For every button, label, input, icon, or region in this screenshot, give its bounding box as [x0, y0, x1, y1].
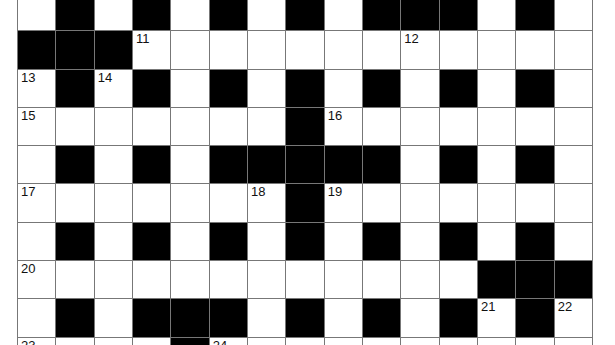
white-cell[interactable] [95, 261, 132, 298]
white-cell[interactable] [478, 70, 515, 107]
crossword-screenshot: 1112131415161718192021222324 [0, 0, 615, 345]
black-cell [133, 146, 170, 183]
black-cell [516, 299, 553, 336]
white-cell[interactable] [363, 261, 400, 298]
white-cell[interactable] [133, 184, 170, 221]
black-cell [325, 146, 362, 183]
white-cell[interactable] [133, 108, 170, 145]
clue-number: 13 [21, 71, 35, 85]
white-cell[interactable]: 11 [133, 31, 170, 68]
white-cell[interactable] [56, 261, 93, 298]
black-cell [440, 223, 477, 260]
white-cell[interactable] [95, 0, 132, 30]
white-cell[interactable] [325, 31, 362, 68]
white-cell[interactable] [18, 299, 55, 336]
white-cell[interactable] [325, 299, 362, 336]
black-cell [56, 146, 93, 183]
white-cell[interactable]: 13 [18, 70, 55, 107]
clue-number: 22 [558, 300, 572, 314]
white-cell[interactable] [18, 223, 55, 260]
white-cell[interactable] [516, 108, 553, 145]
white-cell[interactable] [478, 0, 515, 30]
black-cell [210, 299, 247, 336]
white-cell[interactable] [401, 108, 438, 145]
white-cell[interactable] [18, 0, 55, 30]
black-cell [18, 31, 55, 68]
white-cell[interactable]: 12 [401, 31, 438, 68]
black-cell [286, 223, 323, 260]
white-cell[interactable] [248, 338, 285, 345]
black-cell [56, 0, 93, 30]
clue-number: 23 [21, 339, 35, 345]
white-cell[interactable] [171, 261, 208, 298]
black-cell [56, 31, 93, 68]
white-cell[interactable]: 22 [555, 299, 592, 336]
white-cell[interactable] [171, 70, 208, 107]
white-cell[interactable] [286, 338, 323, 345]
white-cell[interactable] [248, 261, 285, 298]
black-cell [210, 146, 247, 183]
white-cell[interactable]: 17 [18, 184, 55, 221]
black-cell [516, 261, 553, 298]
white-cell[interactable]: 19 [325, 184, 362, 221]
black-cell [286, 184, 323, 221]
black-cell [95, 31, 132, 68]
white-cell[interactable] [440, 261, 477, 298]
black-cell [401, 0, 438, 30]
white-cell[interactable]: 16 [325, 108, 362, 145]
white-cell[interactable] [363, 184, 400, 221]
black-cell [516, 223, 553, 260]
black-cell [171, 338, 208, 345]
black-cell [56, 223, 93, 260]
white-cell[interactable]: 18 [248, 184, 285, 221]
white-cell[interactable] [363, 338, 400, 345]
white-cell[interactable] [171, 108, 208, 145]
white-cell[interactable]: 24 [210, 338, 247, 345]
white-cell[interactable] [363, 31, 400, 68]
white-cell[interactable] [478, 223, 515, 260]
clue-number: 12 [404, 32, 418, 46]
white-cell[interactable] [516, 31, 553, 68]
black-cell [210, 223, 247, 260]
white-cell[interactable] [95, 184, 132, 221]
white-cell[interactable] [56, 108, 93, 145]
clue-number: 24 [213, 339, 227, 345]
black-cell [210, 70, 247, 107]
white-cell[interactable] [325, 338, 362, 345]
black-cell [478, 261, 515, 298]
white-cell[interactable] [478, 31, 515, 68]
white-cell[interactable] [325, 70, 362, 107]
white-cell[interactable] [248, 0, 285, 30]
white-cell[interactable] [555, 184, 592, 221]
white-cell[interactable] [516, 338, 553, 345]
white-cell[interactable] [401, 261, 438, 298]
white-cell[interactable] [363, 108, 400, 145]
white-cell[interactable] [248, 299, 285, 336]
white-cell[interactable] [555, 146, 592, 183]
white-cell[interactable] [286, 31, 323, 68]
white-cell[interactable] [171, 146, 208, 183]
white-cell[interactable] [516, 184, 553, 221]
white-cell[interactable] [478, 146, 515, 183]
black-cell [286, 299, 323, 336]
black-cell [516, 70, 553, 107]
white-cell[interactable] [210, 261, 247, 298]
white-cell[interactable] [210, 31, 247, 68]
white-cell[interactable] [440, 31, 477, 68]
white-cell[interactable] [325, 0, 362, 30]
white-cell[interactable] [478, 338, 515, 345]
white-cell[interactable] [248, 70, 285, 107]
white-cell[interactable]: 21 [478, 299, 515, 336]
black-cell [440, 299, 477, 336]
white-cell[interactable] [56, 184, 93, 221]
black-cell [363, 223, 400, 260]
white-cell[interactable] [325, 223, 362, 260]
white-cell[interactable] [56, 338, 93, 345]
black-cell [363, 299, 400, 336]
white-cell[interactable] [555, 0, 592, 30]
white-cell[interactable] [133, 261, 170, 298]
black-cell [516, 146, 553, 183]
white-cell[interactable] [555, 70, 592, 107]
white-cell[interactable] [401, 70, 438, 107]
white-cell[interactable] [440, 108, 477, 145]
black-cell [133, 70, 170, 107]
black-cell [133, 0, 170, 30]
black-cell [171, 299, 208, 336]
black-cell [133, 223, 170, 260]
white-cell[interactable]: 23 [18, 338, 55, 345]
white-cell[interactable] [401, 338, 438, 345]
clue-number: 17 [21, 185, 35, 199]
black-cell [56, 70, 93, 107]
white-cell[interactable] [95, 223, 132, 260]
black-cell [363, 0, 400, 30]
white-cell[interactable] [440, 338, 477, 345]
white-cell[interactable]: 20 [18, 261, 55, 298]
white-cell[interactable]: 15 [18, 108, 55, 145]
white-cell[interactable] [401, 184, 438, 221]
white-cell[interactable] [401, 146, 438, 183]
black-cell [440, 146, 477, 183]
clue-number: 20 [21, 262, 35, 276]
white-cell[interactable] [325, 261, 362, 298]
black-cell [133, 299, 170, 336]
black-cell [440, 70, 477, 107]
white-cell[interactable] [248, 108, 285, 145]
white-cell[interactable] [171, 223, 208, 260]
white-cell[interactable] [171, 31, 208, 68]
white-cell[interactable]: 14 [95, 70, 132, 107]
black-cell [516, 0, 553, 30]
white-cell[interactable] [555, 223, 592, 260]
white-cell[interactable] [555, 108, 592, 145]
white-cell[interactable] [248, 31, 285, 68]
black-cell [286, 146, 323, 183]
white-cell[interactable] [248, 223, 285, 260]
clue-number: 11 [136, 32, 150, 46]
black-cell [363, 70, 400, 107]
white-cell[interactable] [286, 261, 323, 298]
crossword-grid: 1112131415161718192021222324 [17, 0, 593, 345]
black-cell [555, 261, 592, 298]
white-cell[interactable] [18, 146, 55, 183]
white-cell[interactable] [95, 108, 132, 145]
black-cell [286, 70, 323, 107]
white-cell[interactable] [478, 184, 515, 221]
white-cell[interactable] [133, 338, 170, 345]
black-cell [440, 0, 477, 30]
black-cell [210, 0, 247, 30]
black-cell [363, 146, 400, 183]
clue-number: 21 [481, 300, 495, 314]
black-cell [56, 299, 93, 336]
white-cell[interactable] [440, 184, 477, 221]
white-cell[interactable] [401, 299, 438, 336]
white-cell[interactable] [171, 184, 208, 221]
white-cell[interactable] [171, 0, 208, 30]
black-cell [286, 0, 323, 30]
white-cell[interactable] [95, 146, 132, 183]
white-cell[interactable] [95, 338, 132, 345]
white-cell[interactable] [210, 108, 247, 145]
white-cell[interactable] [555, 31, 592, 68]
white-cell[interactable] [95, 299, 132, 336]
white-cell[interactable] [555, 338, 592, 345]
black-cell [248, 146, 285, 183]
clue-number: 18 [251, 185, 265, 199]
clue-number: 14 [98, 71, 112, 85]
clue-number: 19 [328, 185, 342, 199]
clue-number: 16 [328, 109, 342, 123]
clue-number: 15 [21, 109, 35, 123]
black-cell [286, 108, 323, 145]
white-cell[interactable] [210, 184, 247, 221]
white-cell[interactable] [401, 223, 438, 260]
white-cell[interactable] [478, 108, 515, 145]
